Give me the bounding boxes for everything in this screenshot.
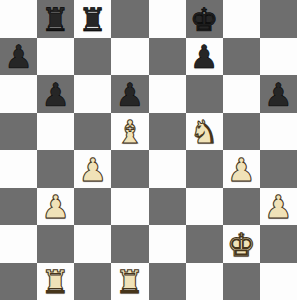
square-c4[interactable]: ♟ [74,150,111,188]
square-a2[interactable] [0,225,37,263]
square-a5[interactable] [0,113,37,151]
square-c6[interactable] [74,75,111,113]
square-c2[interactable] [74,225,111,263]
square-h5[interactable] [260,113,297,151]
square-d6[interactable]: ♟ [111,75,148,113]
square-b6[interactable]: ♟ [37,75,74,113]
square-f6[interactable] [186,75,223,113]
square-a8[interactable] [0,0,37,38]
square-d8[interactable] [111,0,148,38]
square-e4[interactable] [149,150,186,188]
square-b3[interactable]: ♟ [37,188,74,226]
piece-white-pawn-g4[interactable]: ♟ [227,154,256,186]
piece-black-rook-c8[interactable]: ♜ [78,4,107,36]
square-b2[interactable] [37,225,74,263]
square-d7[interactable] [111,38,148,76]
square-h1[interactable] [260,263,297,300]
square-e8[interactable] [149,0,186,38]
square-g1[interactable] [223,263,260,300]
square-e7[interactable] [149,38,186,76]
piece-white-pawn-h3[interactable]: ♟ [264,191,293,223]
square-c8[interactable]: ♜ [74,0,111,38]
piece-black-king-f8[interactable]: ♚ [190,4,219,36]
square-g8[interactable] [223,0,260,38]
square-d4[interactable] [111,150,148,188]
square-b4[interactable] [37,150,74,188]
piece-black-pawn-f7[interactable]: ♟ [190,41,219,73]
square-g2[interactable]: ♚ [223,225,260,263]
square-h3[interactable]: ♟ [260,188,297,226]
square-b5[interactable] [37,113,74,151]
square-e6[interactable] [149,75,186,113]
square-a6[interactable] [0,75,37,113]
square-h7[interactable] [260,38,297,76]
square-e3[interactable] [149,188,186,226]
square-c1[interactable] [74,263,111,300]
square-e2[interactable] [149,225,186,263]
chess-board: ♜♜♚♟♟♟♟♟♝♞♟♟♟♟♚♜♜ [0,0,297,300]
square-h6[interactable]: ♟ [260,75,297,113]
square-d5[interactable]: ♝ [111,113,148,151]
square-f1[interactable] [186,263,223,300]
square-f7[interactable]: ♟ [186,38,223,76]
piece-black-pawn-b6[interactable]: ♟ [41,79,70,111]
piece-white-pawn-b3[interactable]: ♟ [41,191,70,223]
square-c7[interactable] [74,38,111,76]
square-f8[interactable]: ♚ [186,0,223,38]
square-e1[interactable] [149,263,186,300]
piece-black-rook-b8[interactable]: ♜ [41,4,70,36]
square-c3[interactable] [74,188,111,226]
piece-black-pawn-a7[interactable]: ♟ [4,41,33,73]
piece-black-pawn-d6[interactable]: ♟ [116,79,145,111]
square-e5[interactable] [149,113,186,151]
square-f5[interactable]: ♞ [186,113,223,151]
square-a3[interactable] [0,188,37,226]
piece-white-knight-f5[interactable]: ♞ [190,116,219,148]
square-f3[interactable] [186,188,223,226]
square-a4[interactable] [0,150,37,188]
square-c5[interactable] [74,113,111,151]
chess-board-container: ♜♜♚♟♟♟♟♟♝♞♟♟♟♟♚♜♜ [0,0,297,300]
square-h8[interactable] [260,0,297,38]
square-h2[interactable] [260,225,297,263]
square-g3[interactable] [223,188,260,226]
piece-white-king-g2[interactable]: ♚ [227,229,256,261]
square-b1[interactable]: ♜ [37,263,74,300]
piece-white-bishop-d5[interactable]: ♝ [116,116,145,148]
square-g5[interactable] [223,113,260,151]
square-a1[interactable] [0,263,37,300]
square-b7[interactable] [37,38,74,76]
square-d3[interactable] [111,188,148,226]
square-g6[interactable] [223,75,260,113]
square-g4[interactable]: ♟ [223,150,260,188]
piece-white-rook-b1[interactable]: ♜ [41,266,70,298]
square-d1[interactable]: ♜ [111,263,148,300]
square-b8[interactable]: ♜ [37,0,74,38]
piece-white-rook-d1[interactable]: ♜ [116,266,145,298]
piece-black-pawn-h6[interactable]: ♟ [264,79,293,111]
square-g7[interactable] [223,38,260,76]
square-h4[interactable] [260,150,297,188]
square-f2[interactable] [186,225,223,263]
piece-white-pawn-c4[interactable]: ♟ [78,154,107,186]
square-f4[interactable] [186,150,223,188]
square-d2[interactable] [111,225,148,263]
square-a7[interactable]: ♟ [0,38,37,76]
